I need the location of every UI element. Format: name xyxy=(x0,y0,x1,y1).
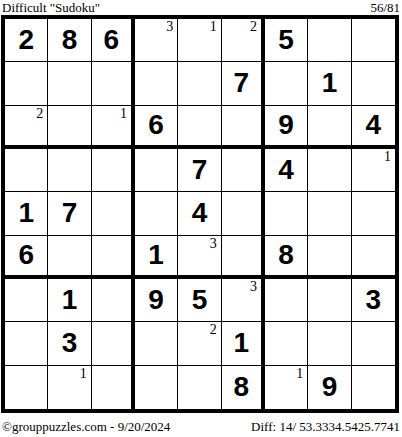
cell-r2c1[interactable] xyxy=(5,62,48,105)
cell-r4c4[interactable] xyxy=(135,149,178,192)
cell-r6c3[interactable] xyxy=(92,236,135,279)
sudoku-board: 286312571216947411746138195333211819 xyxy=(1,15,399,413)
cell-r1c5[interactable]: 1 xyxy=(178,19,221,62)
cell-r5c1[interactable]: 1 xyxy=(5,192,48,235)
cell-r7c8[interactable] xyxy=(308,279,351,322)
cell-r3c5[interactable] xyxy=(178,106,221,149)
cell-r7c5[interactable]: 5 xyxy=(178,279,221,322)
cell-r8c7[interactable] xyxy=(265,322,308,365)
cell-r7c1[interactable] xyxy=(5,279,48,322)
given-digit: 4 xyxy=(278,156,294,184)
cells-remaining-counter: 56/81 xyxy=(370,1,400,14)
cell-r1c4[interactable]: 3 xyxy=(135,19,178,62)
cell-r3c7[interactable]: 9 xyxy=(265,106,308,149)
cell-r7c6[interactable]: 3 xyxy=(222,279,265,322)
cell-r8c6[interactable]: 1 xyxy=(222,322,265,365)
given-digit: 8 xyxy=(62,26,78,54)
pencil-mark: 3 xyxy=(210,237,217,251)
cell-r3c1[interactable]: 2 xyxy=(5,106,48,149)
given-digit: 3 xyxy=(62,329,78,357)
cell-r7c2[interactable]: 1 xyxy=(48,279,91,322)
pencil-mark: 1 xyxy=(296,367,303,381)
cell-r5c4[interactable] xyxy=(135,192,178,235)
given-digit: 1 xyxy=(322,69,338,97)
cell-r5c9[interactable] xyxy=(352,192,395,235)
cell-r5c8[interactable] xyxy=(308,192,351,235)
cell-r6c1[interactable]: 6 xyxy=(5,236,48,279)
given-digit: 7 xyxy=(62,199,78,227)
sudoku-page: Difficult "Sudoku" 56/81 286312571216947… xyxy=(0,0,402,437)
cell-r5c3[interactable] xyxy=(92,192,135,235)
given-digit: 7 xyxy=(234,69,250,97)
cell-r1c9[interactable] xyxy=(352,19,395,62)
cell-r7c7[interactable] xyxy=(265,279,308,322)
cell-r1c8[interactable] xyxy=(308,19,351,62)
cell-r2c5[interactable] xyxy=(178,62,221,105)
cell-r1c7[interactable]: 5 xyxy=(265,19,308,62)
given-digit: 6 xyxy=(104,26,120,54)
cell-r4c8[interactable] xyxy=(308,149,351,192)
pencil-mark: 3 xyxy=(250,280,257,294)
given-digit: 9 xyxy=(148,286,164,314)
pencil-mark: 2 xyxy=(250,20,257,34)
given-digit: 8 xyxy=(234,373,250,401)
cell-r3c4[interactable]: 6 xyxy=(135,106,178,149)
given-digit: 2 xyxy=(18,26,34,54)
pencil-mark: 1 xyxy=(210,20,217,34)
cell-r2c6[interactable]: 7 xyxy=(222,62,265,105)
cell-r1c2[interactable]: 8 xyxy=(48,19,91,62)
cell-r2c4[interactable] xyxy=(135,62,178,105)
cell-r2c8[interactable]: 1 xyxy=(308,62,351,105)
pencil-mark: 2 xyxy=(210,323,217,337)
cell-r4c9[interactable]: 1 xyxy=(352,149,395,192)
cell-r4c2[interactable] xyxy=(48,149,91,192)
cell-r1c3[interactable]: 6 xyxy=(92,19,135,62)
given-digit: 9 xyxy=(278,111,294,139)
given-digit: 8 xyxy=(278,241,294,269)
cell-r4c6[interactable] xyxy=(222,149,265,192)
cell-r3c8[interactable] xyxy=(308,106,351,149)
cell-r7c4[interactable]: 9 xyxy=(135,279,178,322)
cell-r1c6[interactable]: 2 xyxy=(222,19,265,62)
cell-r8c1[interactable] xyxy=(5,322,48,365)
given-digit: 1 xyxy=(234,329,250,357)
cell-r4c5[interactable]: 7 xyxy=(178,149,221,192)
cell-r6c8[interactable] xyxy=(308,236,351,279)
cell-r5c2[interactable]: 7 xyxy=(48,192,91,235)
cell-r4c3[interactable] xyxy=(92,149,135,192)
cell-r6c7[interactable]: 8 xyxy=(265,236,308,279)
cell-r3c2[interactable] xyxy=(48,106,91,149)
cell-r6c6[interactable] xyxy=(222,236,265,279)
difficulty-text: Diff: 14/ 53.3334.5425.7741 xyxy=(251,420,400,434)
cell-r3c6[interactable] xyxy=(222,106,265,149)
cell-r5c6[interactable] xyxy=(222,192,265,235)
copyright-text: ©grouppuzzles.com - 9/20/2024 xyxy=(2,420,170,434)
cell-r9c1[interactable] xyxy=(5,366,48,409)
given-digit: 5 xyxy=(278,26,294,54)
cell-r5c7[interactable] xyxy=(265,192,308,235)
pencil-mark: 1 xyxy=(384,150,391,164)
cell-r9c3[interactable] xyxy=(92,366,135,409)
footer: ©grouppuzzles.com - 9/20/2024 Diff: 14/ … xyxy=(1,420,401,434)
cell-r8c9[interactable] xyxy=(352,322,395,365)
cell-r7c9[interactable]: 3 xyxy=(352,279,395,322)
cell-r8c3[interactable] xyxy=(92,322,135,365)
cell-r9c2[interactable]: 1 xyxy=(48,366,91,409)
pencil-mark: 1 xyxy=(120,107,127,121)
cell-r8c8[interactable] xyxy=(308,322,351,365)
given-digit: 7 xyxy=(192,156,208,184)
cell-r6c2[interactable] xyxy=(48,236,91,279)
given-digit: 6 xyxy=(148,111,164,139)
cell-r6c5[interactable]: 3 xyxy=(178,236,221,279)
given-digit: 9 xyxy=(322,373,338,401)
given-digit: 5 xyxy=(192,286,208,314)
cell-r8c2[interactable]: 3 xyxy=(48,322,91,365)
cell-r4c7[interactable]: 4 xyxy=(265,149,308,192)
given-digit: 1 xyxy=(18,199,34,227)
pencil-mark: 1 xyxy=(80,367,87,381)
cell-r1c1[interactable]: 2 xyxy=(5,19,48,62)
pencil-mark: 3 xyxy=(166,20,173,34)
cell-r2c3[interactable] xyxy=(92,62,135,105)
given-digit: 1 xyxy=(62,286,78,314)
cell-r2c9[interactable] xyxy=(352,62,395,105)
cell-r2c2[interactable] xyxy=(48,62,91,105)
header: Difficult "Sudoku" 56/81 xyxy=(1,1,401,14)
pencil-mark: 2 xyxy=(36,107,43,121)
given-digit: 4 xyxy=(366,111,382,139)
cell-r9c6[interactable]: 8 xyxy=(222,366,265,409)
cell-r7c3[interactable] xyxy=(92,279,135,322)
cell-r8c4[interactable] xyxy=(135,322,178,365)
cell-r6c4[interactable]: 1 xyxy=(135,236,178,279)
given-digit: 1 xyxy=(148,241,164,269)
puzzle-title: Difficult "Sudoku" xyxy=(2,1,100,14)
cell-r9c8[interactable]: 9 xyxy=(308,366,351,409)
cell-r8c5[interactable]: 2 xyxy=(178,322,221,365)
cell-r9c7[interactable]: 1 xyxy=(265,366,308,409)
cell-r3c3[interactable]: 1 xyxy=(92,106,135,149)
cell-r9c5[interactable] xyxy=(178,366,221,409)
cell-r2c7[interactable] xyxy=(265,62,308,105)
cell-r4c1[interactable] xyxy=(5,149,48,192)
cell-r6c9[interactable] xyxy=(352,236,395,279)
cell-r9c4[interactable] xyxy=(135,366,178,409)
cell-r5c5[interactable]: 4 xyxy=(178,192,221,235)
given-digit: 3 xyxy=(366,286,382,314)
cell-r3c9[interactable]: 4 xyxy=(352,106,395,149)
given-digit: 6 xyxy=(18,241,34,269)
cell-r9c9[interactable] xyxy=(352,366,395,409)
given-digit: 4 xyxy=(192,199,208,227)
